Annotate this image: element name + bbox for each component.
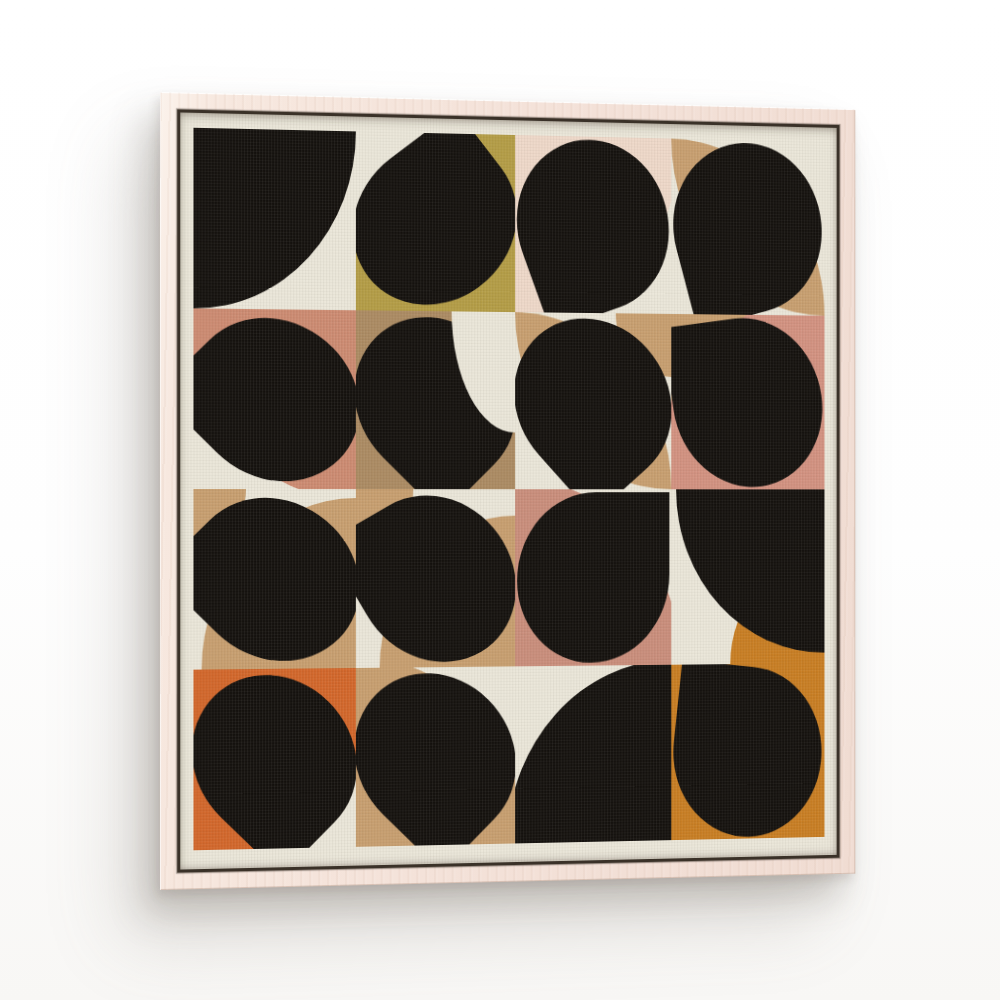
artwork-cell bbox=[515, 489, 671, 666]
picture-frame bbox=[160, 92, 855, 890]
black-shape bbox=[676, 489, 825, 654]
canvas bbox=[180, 112, 836, 869]
black-shape bbox=[356, 489, 515, 668]
artwork-cell bbox=[356, 489, 515, 668]
artwork-cell bbox=[193, 128, 355, 311]
artwork-cell bbox=[671, 663, 824, 840]
artwork-cell bbox=[193, 489, 355, 670]
artwork-cell bbox=[193, 308, 355, 489]
wall bbox=[0, 0, 1000, 1000]
artwork-cell bbox=[356, 131, 515, 312]
artwork-grid bbox=[193, 128, 824, 851]
artwork-cell bbox=[356, 310, 515, 489]
artwork-cell bbox=[671, 314, 824, 489]
artwork-cell bbox=[515, 312, 671, 489]
perspective-wrapper bbox=[0, 0, 1000, 1000]
artwork-cell bbox=[671, 489, 824, 664]
artwork-cell bbox=[515, 665, 671, 844]
artwork-cell bbox=[515, 135, 671, 314]
black-shape bbox=[515, 665, 671, 844]
artwork-cell bbox=[671, 139, 824, 316]
black-shape bbox=[193, 128, 355, 311]
artwork-cell bbox=[356, 666, 515, 846]
black-shape bbox=[671, 139, 824, 316]
artwork-cell bbox=[193, 668, 355, 850]
